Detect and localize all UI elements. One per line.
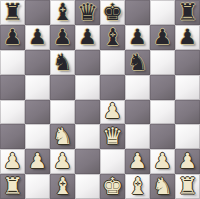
black-pawn-piece[interactable]: ♟ — [128, 25, 147, 49]
square-c2[interactable]: ♟ — [50, 149, 75, 174]
square-c7[interactable]: ♟ — [50, 25, 75, 50]
black-bishop-piece[interactable]: ♝ — [52, 0, 73, 24]
square-b7[interactable]: ♟ — [25, 25, 50, 50]
square-c3[interactable]: ♞ — [50, 124, 75, 149]
square-f1[interactable]: ♝ — [125, 174, 150, 199]
white-knight-piece[interactable]: ♞ — [52, 124, 73, 148]
white-bishop-piece[interactable]: ♝ — [127, 174, 148, 198]
square-f2[interactable]: ♟ — [125, 149, 150, 174]
square-e5[interactable] — [100, 75, 125, 100]
square-a2[interactable]: ♟ — [0, 149, 25, 174]
square-b4[interactable] — [25, 100, 50, 125]
square-a4[interactable] — [0, 100, 25, 125]
square-g6[interactable] — [150, 50, 175, 75]
square-g3[interactable] — [150, 124, 175, 149]
black-pawn-piece[interactable]: ♟ — [28, 25, 47, 49]
square-h1[interactable]: ♜ — [175, 174, 200, 199]
white-pawn-piece[interactable]: ♟ — [128, 149, 147, 173]
square-g7[interactable]: ♟ — [150, 25, 175, 50]
black-pawn-piece[interactable]: ♟ — [78, 25, 97, 49]
square-e8[interactable]: ♚ — [100, 0, 125, 25]
square-e1[interactable]: ♚ — [100, 174, 125, 199]
square-a5[interactable] — [0, 75, 25, 100]
square-b2[interactable]: ♟ — [25, 149, 50, 174]
white-pawn-piece[interactable]: ♟ — [103, 99, 122, 123]
square-a6[interactable] — [0, 50, 25, 75]
square-a7[interactable]: ♟ — [0, 25, 25, 50]
square-d6[interactable] — [75, 50, 100, 75]
black-pawn-piece[interactable]: ♟ — [178, 25, 197, 49]
square-a8[interactable]: ♜ — [0, 0, 25, 25]
square-d7[interactable]: ♟ — [75, 25, 100, 50]
square-f7[interactable]: ♟ — [125, 25, 150, 50]
white-pawn-piece[interactable]: ♟ — [153, 149, 172, 173]
white-king-piece[interactable]: ♚ — [102, 174, 123, 198]
white-pawn-piece[interactable]: ♟ — [3, 149, 22, 173]
square-d4[interactable] — [75, 100, 100, 125]
black-rook-piece[interactable]: ♜ — [177, 0, 198, 24]
square-e4[interactable]: ♟ — [100, 100, 125, 125]
square-g8[interactable] — [150, 0, 175, 25]
square-f6[interactable]: ♞ — [125, 50, 150, 75]
square-c8[interactable]: ♝ — [50, 0, 75, 25]
square-d2[interactable] — [75, 149, 100, 174]
square-h8[interactable]: ♜ — [175, 0, 200, 25]
square-d5[interactable] — [75, 75, 100, 100]
square-e7[interactable]: ♝ — [100, 25, 125, 50]
black-knight-piece[interactable]: ♞ — [127, 50, 148, 74]
black-rook-piece[interactable]: ♜ — [2, 0, 23, 24]
square-e2[interactable] — [100, 149, 125, 174]
square-e3[interactable]: ♛ — [100, 124, 125, 149]
square-b3[interactable] — [25, 124, 50, 149]
square-c4[interactable] — [50, 100, 75, 125]
square-a3[interactable] — [0, 124, 25, 149]
square-b1[interactable] — [25, 174, 50, 199]
square-h3[interactable] — [175, 124, 200, 149]
white-rook-piece[interactable]: ♜ — [177, 174, 198, 198]
white-knight-piece[interactable]: ♞ — [152, 174, 173, 198]
square-h7[interactable]: ♟ — [175, 25, 200, 50]
white-pawn-piece[interactable]: ♟ — [28, 149, 47, 173]
black-pawn-piece[interactable]: ♟ — [3, 25, 22, 49]
square-h5[interactable] — [175, 75, 200, 100]
square-c5[interactable] — [50, 75, 75, 100]
square-d1[interactable] — [75, 174, 100, 199]
black-king-piece[interactable]: ♚ — [102, 0, 123, 24]
square-g1[interactable]: ♞ — [150, 174, 175, 199]
square-g4[interactable] — [150, 100, 175, 125]
square-g2[interactable]: ♟ — [150, 149, 175, 174]
square-b5[interactable] — [25, 75, 50, 100]
chess-board: ♜♝♛♚♜♟♟♟♟♝♟♟♟♞♞♟♞♛♟♟♟♟♟♟♜♝♚♝♞♜ — [0, 0, 200, 199]
square-g5[interactable] — [150, 75, 175, 100]
white-pawn-piece[interactable]: ♟ — [53, 149, 72, 173]
square-b6[interactable] — [25, 50, 50, 75]
white-queen-piece[interactable]: ♛ — [102, 124, 123, 148]
square-f5[interactable] — [125, 75, 150, 100]
square-c6[interactable]: ♞ — [50, 50, 75, 75]
black-pawn-piece[interactable]: ♟ — [53, 25, 72, 49]
square-d8[interactable]: ♛ — [75, 0, 100, 25]
black-queen-piece[interactable]: ♛ — [77, 0, 98, 24]
square-d3[interactable] — [75, 124, 100, 149]
square-f4[interactable] — [125, 100, 150, 125]
square-h6[interactable] — [175, 50, 200, 75]
black-pawn-piece[interactable]: ♟ — [153, 25, 172, 49]
square-c1[interactable]: ♝ — [50, 174, 75, 199]
square-h4[interactable] — [175, 100, 200, 125]
white-bishop-piece[interactable]: ♝ — [52, 174, 73, 198]
square-e6[interactable] — [100, 50, 125, 75]
square-f8[interactable] — [125, 0, 150, 25]
white-pawn-piece[interactable]: ♟ — [178, 149, 197, 173]
square-a1[interactable]: ♜ — [0, 174, 25, 199]
square-h2[interactable]: ♟ — [175, 149, 200, 174]
white-rook-piece[interactable]: ♜ — [2, 174, 23, 198]
black-bishop-piece[interactable]: ♝ — [102, 25, 123, 49]
black-knight-piece[interactable]: ♞ — [52, 50, 73, 74]
square-b8[interactable] — [25, 0, 50, 25]
square-f3[interactable] — [125, 124, 150, 149]
